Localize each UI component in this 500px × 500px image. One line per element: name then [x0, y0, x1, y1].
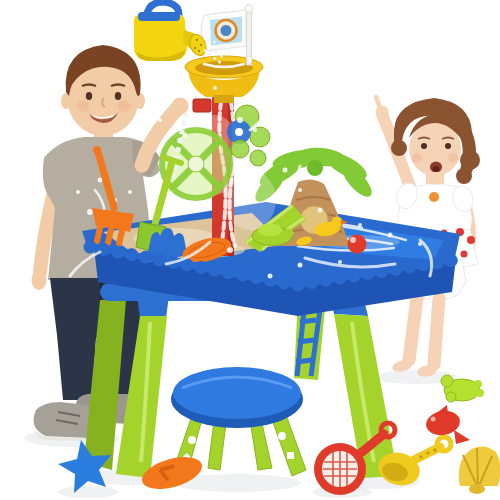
girl-neck — [426, 172, 444, 184]
rose-hole — [198, 50, 200, 52]
rose-hole — [200, 44, 202, 46]
girl-mouth-inner — [433, 166, 440, 172]
splash-foam — [224, 170, 276, 230]
product-photo — [0, 0, 500, 500]
girl-hair-curl — [456, 168, 472, 184]
fish-eye — [431, 417, 436, 422]
stool-leg-cutout — [188, 436, 196, 444]
girl-leg — [409, 298, 417, 360]
can-collar — [138, 12, 180, 21]
boy-cheek — [118, 100, 130, 112]
dress-chest-motif — [429, 192, 439, 202]
rose-hole — [194, 47, 196, 49]
boy-eye — [86, 92, 92, 100]
girl-hair-curl — [391, 140, 407, 156]
scoop-hole — [419, 455, 423, 459]
turtle-shell — [258, 224, 282, 237]
shirt-splash-dot — [128, 190, 132, 194]
turtle-head — [285, 229, 294, 238]
ball-highlight — [350, 237, 356, 243]
girl-cheek — [412, 153, 422, 163]
flag-emblem-center — [221, 25, 232, 36]
product-photo-canvas — [0, 0, 500, 500]
flagpole-ball — [245, 5, 253, 13]
girl-index-finger — [376, 97, 380, 108]
shirt-splash-dot — [87, 209, 93, 215]
crab-leg — [476, 389, 484, 397]
wheel-hub — [188, 156, 204, 172]
shirt-splash-dot — [98, 178, 103, 183]
girl-eye — [421, 143, 427, 149]
boy-cheek — [77, 100, 89, 112]
tower-spigot — [193, 99, 211, 112]
funnel-spout — [214, 95, 234, 103]
boy-raised-hand — [172, 98, 189, 115]
shell-hinge — [469, 484, 485, 494]
red-ball — [348, 235, 367, 254]
shirt-splash-dot — [76, 190, 80, 194]
crab-claw — [441, 375, 453, 387]
rose-hole — [196, 39, 198, 41]
girl-eye — [445, 143, 451, 149]
shadow — [58, 486, 118, 498]
yellow-duck-head — [332, 217, 343, 228]
flagpole — [247, 9, 252, 65]
boy-left-hand — [32, 270, 47, 290]
scoop-hole — [433, 448, 437, 452]
scoop-ring — [437, 437, 451, 451]
girl-hair-curl — [460, 150, 480, 170]
crab-leg — [474, 380, 482, 388]
stool-seat — [173, 367, 301, 419]
stool-leg-cutout — [278, 432, 286, 440]
crab-claw — [446, 392, 456, 402]
yellow-shell-mold — [459, 446, 500, 486]
scoop-hole — [426, 451, 430, 455]
boy-eye — [115, 92, 121, 100]
rake-knob — [93, 146, 101, 154]
girl-cheek — [448, 153, 458, 163]
girl-leg — [434, 298, 439, 364]
fish-tail — [454, 430, 470, 444]
stool-leg-cutout — [287, 452, 294, 459]
